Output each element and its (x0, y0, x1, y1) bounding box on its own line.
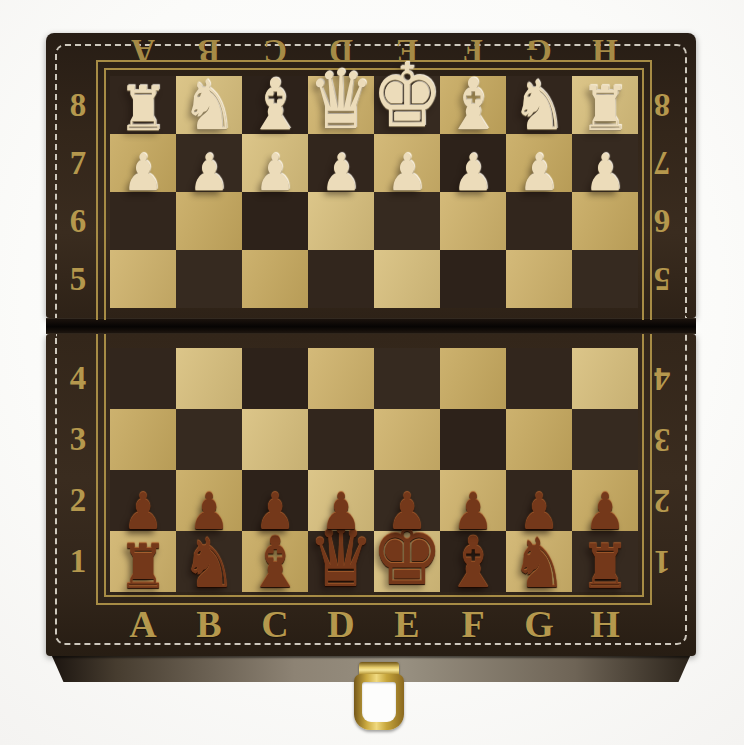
piece-cream-rook-a8[interactable]: ♜ (118, 78, 168, 140)
square-f3[interactable] (440, 409, 506, 470)
right-rank-label-7: 7 (646, 134, 678, 192)
left-rank-label-1: 1 (62, 531, 94, 592)
fold-seam (46, 318, 696, 334)
square-e4[interactable] (374, 348, 440, 409)
square-d5[interactable] (308, 250, 374, 308)
bottom-file-label-a: A (110, 604, 176, 644)
left-rank-label-5: 5 (62, 250, 94, 308)
piece-brown-pawn-c2[interactable]: ♟ (254, 486, 295, 537)
square-h4[interactable] (572, 348, 638, 409)
piece-brown-pawn-b2[interactable]: ♟ (188, 486, 229, 537)
piece-cream-pawn-g7[interactable]: ♟ (518, 147, 559, 198)
square-c3[interactable] (242, 409, 308, 470)
square-e3[interactable] (374, 409, 440, 470)
bottom-file-label-b: B (176, 604, 242, 644)
square-d4[interactable] (308, 348, 374, 409)
file-labels-bottom: ABCDEFGH (110, 604, 638, 644)
piece-cream-pawn-a7[interactable]: ♟ (122, 147, 163, 198)
square-b3[interactable] (176, 409, 242, 470)
piece-cream-pawn-e7[interactable]: ♟ (386, 147, 427, 198)
square-h3[interactable] (572, 409, 638, 470)
piece-brown-rook-a1[interactable]: ♜ (118, 536, 168, 598)
piece-cream-pawn-f7[interactable]: ♟ (452, 147, 493, 198)
top-file-label-h: H (572, 34, 638, 68)
bottom-file-label-h: H (572, 604, 638, 644)
bottom-file-label-f: F (440, 604, 506, 644)
right-rank-label-8: 8 (646, 76, 678, 134)
square-d3[interactable] (308, 409, 374, 470)
right-rank-label-2: 2 (646, 470, 678, 531)
left-rank-label-4: 4 (62, 348, 94, 409)
square-g3[interactable] (506, 409, 572, 470)
piece-cream-bishop-c8[interactable]: ♝ (246, 70, 303, 140)
square-e5[interactable] (374, 250, 440, 308)
left-rank-label-8: 8 (62, 76, 94, 134)
bottom-file-label-c: C (242, 604, 308, 644)
square-f4[interactable] (440, 348, 506, 409)
right-rank-label-3: 3 (646, 409, 678, 470)
piece-cream-knight-b8[interactable]: ♞ (181, 72, 237, 140)
piece-brown-pawn-h2[interactable]: ♟ (584, 486, 625, 537)
left-rank-label-2: 2 (62, 470, 94, 531)
square-a3[interactable] (110, 409, 176, 470)
piece-brown-pawn-f2[interactable]: ♟ (452, 486, 493, 537)
piece-cream-pawn-b7[interactable]: ♟ (188, 147, 229, 198)
top-file-label-g: G (506, 34, 572, 68)
right-rank-label-1: 1 (646, 531, 678, 592)
piece-brown-pawn-e2[interactable]: ♟ (386, 486, 427, 537)
piece-cream-pawn-h7[interactable]: ♟ (584, 147, 625, 198)
square-a4[interactable] (110, 348, 176, 409)
piece-brown-pawn-d2[interactable]: ♟ (320, 486, 361, 537)
left-rank-label-7: 7 (62, 134, 94, 192)
piece-cream-queen-d8[interactable]: ♛ (308, 59, 374, 140)
square-c4[interactable] (242, 348, 308, 409)
right-rank-label-4: 4 (646, 348, 678, 409)
chess-box-photo: ABCDEFGH ABCDEFGH 8765 4321 8765 4321 ♜♞… (0, 0, 744, 745)
square-b5[interactable] (176, 250, 242, 308)
clasp-loop-opening (362, 682, 396, 722)
piece-cream-pawn-d7[interactable]: ♟ (320, 147, 361, 198)
rank-labels-left-top: 8765 (62, 76, 94, 308)
square-b4[interactable] (176, 348, 242, 409)
square-a5[interactable] (110, 250, 176, 308)
piece-brown-pawn-g2[interactable]: ♟ (518, 486, 559, 537)
square-g4[interactable] (506, 348, 572, 409)
bottom-file-label-g: G (506, 604, 572, 644)
rank-labels-right-bottom: 4321 (646, 348, 678, 592)
top-file-label-f: F (440, 34, 506, 68)
square-g5[interactable] (506, 250, 572, 308)
piece-cream-knight-g8[interactable]: ♞ (511, 72, 567, 140)
piece-cream-rook-h8[interactable]: ♜ (580, 78, 630, 140)
piece-brown-pawn-a2[interactable]: ♟ (122, 486, 163, 537)
piece-cream-bishop-f8[interactable]: ♝ (444, 70, 501, 140)
top-file-label-b: B (176, 34, 242, 68)
left-rank-label-6: 6 (62, 192, 94, 250)
piece-cream-pawn-c7[interactable]: ♟ (254, 147, 295, 198)
left-rank-label-3: 3 (62, 409, 94, 470)
square-c5[interactable] (242, 250, 308, 308)
right-rank-label-5: 5 (646, 250, 678, 308)
bottom-file-label-d: D (308, 604, 374, 644)
right-rank-label-6: 6 (646, 192, 678, 250)
piece-cream-king-e8[interactable]: ♚ (371, 52, 443, 140)
square-f5[interactable] (440, 250, 506, 308)
bottom-file-label-e: E (374, 604, 440, 644)
piece-brown-rook-h1[interactable]: ♜ (580, 536, 630, 598)
rank-labels-left-bottom: 4321 (62, 348, 94, 592)
top-file-label-c: C (242, 34, 308, 68)
top-file-label-a: A (110, 34, 176, 68)
rank-labels-right-top: 8765 (646, 76, 678, 308)
square-h5[interactable] (572, 250, 638, 308)
